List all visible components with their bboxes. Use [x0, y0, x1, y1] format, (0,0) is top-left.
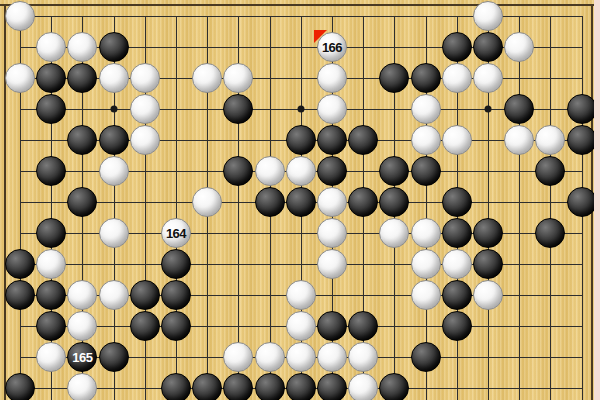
stone-black: [317, 311, 347, 341]
stone-white: [286, 156, 316, 186]
stone-white: [504, 32, 534, 62]
stone-black: [535, 218, 565, 248]
stone-black: [286, 373, 316, 400]
stone-black: [161, 249, 191, 279]
stone-white: [411, 125, 441, 155]
stone-black: [411, 156, 441, 186]
stone-white: [317, 94, 347, 124]
stone-black: [473, 32, 503, 62]
stone-black: [36, 156, 66, 186]
stone-white: [67, 373, 97, 400]
star-point: [297, 106, 304, 113]
stone-black: [567, 187, 597, 217]
go-board[interactable]: 166164165: [0, 0, 594, 400]
board-frame-left: [4, 4, 6, 400]
stone-black: [348, 311, 378, 341]
stone-white: [36, 32, 66, 62]
stone-black: [442, 280, 472, 310]
stone-white: [504, 125, 534, 155]
stone-white: [99, 280, 129, 310]
stone-white: 166: [317, 32, 347, 62]
stone-white: [67, 311, 97, 341]
stone-black: [317, 125, 347, 155]
stone-black: [36, 311, 66, 341]
stone-black: [348, 187, 378, 217]
stone-white: [317, 187, 347, 217]
stone-black: [317, 373, 347, 400]
stone-white: [379, 218, 409, 248]
stone-black: [130, 280, 160, 310]
stone-white: [36, 249, 66, 279]
stone-black: [379, 156, 409, 186]
star-point: [110, 106, 117, 113]
stone-white: [223, 342, 253, 372]
app-background-strip: [594, 0, 600, 400]
stone-white: [99, 156, 129, 186]
stone-black: [223, 94, 253, 124]
stone-white: [286, 342, 316, 372]
stone-black: [36, 218, 66, 248]
stone-white: [286, 280, 316, 310]
stone-black: [411, 63, 441, 93]
stone-white: [255, 342, 285, 372]
stone-white: [223, 63, 253, 93]
stone-black: [67, 187, 97, 217]
stone-black: [223, 373, 253, 400]
stone-white: [99, 63, 129, 93]
stone-black: [348, 125, 378, 155]
stone-black: 165: [67, 342, 97, 372]
stone-black: [255, 187, 285, 217]
stone-black: [99, 32, 129, 62]
grid-line-vertical: [519, 16, 520, 400]
stone-white: [130, 63, 160, 93]
stone-white: [130, 125, 160, 155]
stone-white: [348, 342, 378, 372]
stone-white: 164: [161, 218, 191, 248]
stone-white: [192, 187, 222, 217]
stone-black: [379, 63, 409, 93]
stone-black: [5, 280, 35, 310]
star-point: [485, 106, 492, 113]
stone-black: [5, 373, 35, 400]
stone-white: [411, 280, 441, 310]
grid-line-vertical: [550, 16, 551, 400]
stone-black: [36, 94, 66, 124]
stone-black: [161, 280, 191, 310]
stone-white: [286, 311, 316, 341]
stone-black: [442, 187, 472, 217]
stone-black: [99, 342, 129, 372]
stone-black: [36, 280, 66, 310]
stone-black: [379, 187, 409, 217]
stone-black: [286, 187, 316, 217]
move-number-label: 165: [72, 351, 92, 364]
stone-white: [411, 249, 441, 279]
stone-black: [99, 125, 129, 155]
stone-black: [442, 32, 472, 62]
stone-black: [504, 94, 534, 124]
stone-black: [255, 373, 285, 400]
stone-black: [442, 311, 472, 341]
stone-white: [442, 249, 472, 279]
stone-white: [473, 63, 503, 93]
stone-white: [317, 342, 347, 372]
stone-white: [442, 63, 472, 93]
stone-white: [36, 342, 66, 372]
stone-white: [67, 32, 97, 62]
stone-white: [192, 63, 222, 93]
stone-white: [535, 125, 565, 155]
stone-black: [130, 311, 160, 341]
stone-white: [442, 125, 472, 155]
stone-black: [5, 249, 35, 279]
stone-black: [473, 249, 503, 279]
stone-black: [223, 156, 253, 186]
stone-white: [255, 156, 285, 186]
move-number-label: 166: [322, 41, 342, 54]
stone-white: [67, 280, 97, 310]
stone-black: [317, 156, 347, 186]
stone-black: [567, 94, 597, 124]
move-number-label: 164: [166, 227, 186, 240]
stone-white: [473, 1, 503, 31]
stone-black: [379, 373, 409, 400]
stone-black: [473, 218, 503, 248]
stone-black: [192, 373, 222, 400]
stone-white: [317, 218, 347, 248]
stone-black: [67, 125, 97, 155]
stone-white: [348, 373, 378, 400]
stone-black: [161, 311, 191, 341]
stone-white: [473, 280, 503, 310]
stone-black: [36, 63, 66, 93]
board-frame-top: [0, 4, 594, 6]
stone-white: [317, 63, 347, 93]
stone-white: [99, 218, 129, 248]
stone-black: [67, 63, 97, 93]
stone-white: [317, 249, 347, 279]
stone-black: [411, 342, 441, 372]
stone-black: [161, 373, 191, 400]
stone-white: [411, 218, 441, 248]
stone-white: [411, 94, 441, 124]
stone-white: [5, 63, 35, 93]
stone-black: [535, 156, 565, 186]
stone-black: [442, 218, 472, 248]
grid-line-vertical: [176, 16, 177, 400]
stone-white: [130, 94, 160, 124]
stone-white: [5, 1, 35, 31]
stone-black: [567, 125, 597, 155]
stone-black: [286, 125, 316, 155]
